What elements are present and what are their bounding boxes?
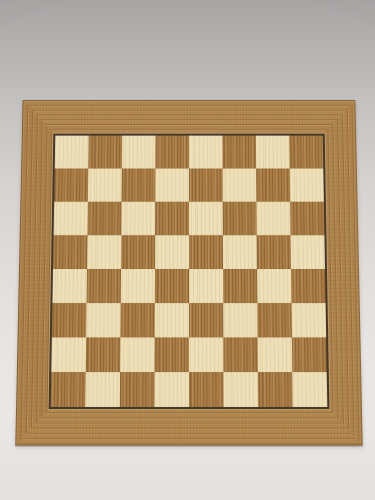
square-c1[interactable] (120, 372, 155, 407)
square-b2[interactable] (86, 337, 121, 372)
board-frame-top-rail (22, 100, 356, 136)
square-d8[interactable] (155, 136, 189, 169)
square-g1[interactable] (258, 372, 293, 407)
square-e4[interactable] (189, 269, 223, 303)
square-a8[interactable] (55, 136, 89, 169)
board-frame-left-rail (15, 100, 56, 445)
square-g2[interactable] (258, 337, 293, 372)
square-b5[interactable] (87, 235, 121, 269)
square-f2[interactable] (223, 337, 258, 372)
square-e3[interactable] (189, 303, 223, 337)
square-a4[interactable] (52, 269, 87, 303)
square-b3[interactable] (86, 303, 121, 337)
square-b7[interactable] (88, 169, 122, 202)
square-c8[interactable] (122, 136, 156, 169)
square-a7[interactable] (54, 169, 88, 202)
square-e8[interactable] (189, 136, 223, 169)
square-f5[interactable] (223, 235, 257, 269)
square-d3[interactable] (155, 303, 189, 337)
board-frame-bottom-rail (15, 407, 362, 445)
square-b8[interactable] (88, 136, 122, 169)
square-a2[interactable] (51, 337, 86, 372)
square-f7[interactable] (223, 169, 257, 202)
square-g3[interactable] (257, 303, 292, 337)
square-d4[interactable] (155, 269, 189, 303)
square-a6[interactable] (54, 202, 88, 235)
square-g6[interactable] (256, 202, 290, 235)
square-e1[interactable] (189, 372, 224, 407)
square-a1[interactable] (51, 372, 86, 407)
playing-area (51, 136, 328, 407)
square-c4[interactable] (121, 269, 155, 303)
square-a3[interactable] (52, 303, 87, 337)
square-g8[interactable] (256, 136, 290, 169)
square-h1[interactable] (292, 372, 327, 407)
square-g5[interactable] (257, 235, 291, 269)
square-f8[interactable] (222, 136, 256, 169)
square-h6[interactable] (290, 202, 324, 235)
square-d5[interactable] (155, 235, 189, 269)
square-d2[interactable] (155, 337, 189, 372)
square-e2[interactable] (189, 337, 223, 372)
chess-board (15, 100, 362, 445)
square-b4[interactable] (87, 269, 121, 303)
square-c2[interactable] (120, 337, 155, 372)
square-b6[interactable] (87, 202, 121, 235)
square-f6[interactable] (223, 202, 257, 235)
square-f1[interactable] (223, 372, 258, 407)
square-h7[interactable] (290, 169, 324, 202)
square-e5[interactable] (189, 235, 223, 269)
square-h3[interactable] (291, 303, 326, 337)
square-d1[interactable] (154, 372, 189, 407)
square-a5[interactable] (53, 235, 87, 269)
square-g7[interactable] (256, 169, 290, 202)
square-e7[interactable] (189, 169, 223, 202)
square-h8[interactable] (289, 136, 323, 169)
square-d6[interactable] (155, 202, 189, 235)
square-d7[interactable] (155, 169, 189, 202)
square-h2[interactable] (292, 337, 327, 372)
square-e6[interactable] (189, 202, 223, 235)
square-h5[interactable] (291, 235, 325, 269)
square-h4[interactable] (291, 269, 326, 303)
square-c7[interactable] (122, 169, 156, 202)
square-c3[interactable] (120, 303, 154, 337)
square-b1[interactable] (85, 372, 120, 407)
photo-background (0, 0, 375, 500)
square-c5[interactable] (121, 235, 155, 269)
square-g4[interactable] (257, 269, 291, 303)
square-f4[interactable] (223, 269, 257, 303)
board-frame-right-rail (322, 100, 363, 445)
square-c6[interactable] (121, 202, 155, 235)
square-f3[interactable] (223, 303, 257, 337)
